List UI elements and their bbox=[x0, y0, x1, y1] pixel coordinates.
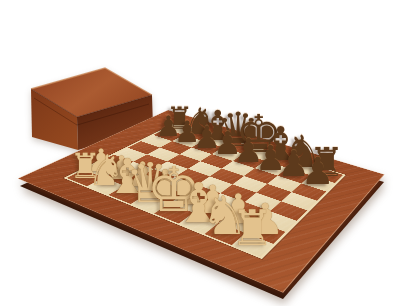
chess-set-photo[interactable]: ♜♞♝♛♚♝♞♜♟♟♟♟♟♟♟♟♟♟♟♟♟♟♟♟♜♞♝♛♚♝♞♜ bbox=[0, 0, 400, 306]
board-stack bbox=[0, 0, 400, 306]
playing-area bbox=[63, 123, 346, 260]
chess-board bbox=[18, 110, 385, 293]
